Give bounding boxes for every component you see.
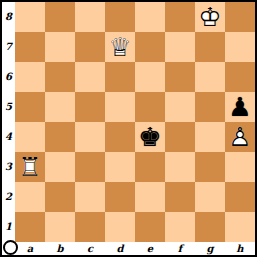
square-f5[interactable] (165, 92, 195, 122)
rank-label-1: 1 (2, 212, 15, 242)
chess-diagram: 87654321 ♚♔♛♕♟♚♟♙♜♖ abcdefgh (0, 0, 257, 257)
rank-label-7: 7 (2, 32, 15, 62)
square-d1[interactable] (105, 212, 135, 242)
square-e3[interactable] (135, 152, 165, 182)
rank-label-6: 6 (2, 62, 15, 92)
square-a6[interactable] (15, 62, 45, 92)
square-h7[interactable] (225, 32, 255, 62)
square-g1[interactable] (195, 212, 225, 242)
square-e5[interactable] (135, 92, 165, 122)
rank-label-4: 4 (2, 122, 15, 152)
square-f3[interactable] (165, 152, 195, 182)
square-b3[interactable] (45, 152, 75, 182)
rank-label-5: 5 (2, 92, 15, 122)
square-e1[interactable] (135, 212, 165, 242)
board: ♚♔♛♕♟♚♟♙♜♖ (15, 2, 255, 242)
white-king-icon: ♚ (195, 2, 225, 32)
file-label-f: f (165, 242, 195, 255)
square-f4[interactable] (165, 122, 195, 152)
square-g6[interactable] (195, 62, 225, 92)
square-g8[interactable]: ♚♔ (195, 2, 225, 32)
white-rook-a3[interactable]: ♜♖ (15, 152, 45, 182)
square-h5[interactable]: ♟ (225, 92, 255, 122)
black-pawn-h5[interactable]: ♟ (225, 92, 255, 122)
square-e2[interactable] (135, 182, 165, 212)
square-d4[interactable] (105, 122, 135, 152)
side-to-move-indicator (3, 240, 18, 255)
square-a8[interactable] (15, 2, 45, 32)
square-c3[interactable] (75, 152, 105, 182)
file-label-g: g (195, 242, 225, 255)
square-f2[interactable] (165, 182, 195, 212)
rank-label-2: 2 (2, 182, 15, 212)
square-e7[interactable] (135, 32, 165, 62)
square-f6[interactable] (165, 62, 195, 92)
square-a7[interactable] (15, 32, 45, 62)
square-e6[interactable] (135, 62, 165, 92)
square-g7[interactable] (195, 32, 225, 62)
square-a4[interactable] (15, 122, 45, 152)
square-f7[interactable] (165, 32, 195, 62)
square-a5[interactable] (15, 92, 45, 122)
square-b2[interactable] (45, 182, 75, 212)
file-label-b: b (45, 242, 75, 255)
square-h4[interactable]: ♟♙ (225, 122, 255, 152)
file-label-a: a (15, 242, 45, 255)
square-d5[interactable] (105, 92, 135, 122)
file-label-d: d (105, 242, 135, 255)
square-h3[interactable] (225, 152, 255, 182)
square-c8[interactable] (75, 2, 105, 32)
square-h2[interactable] (225, 182, 255, 212)
square-d6[interactable] (105, 62, 135, 92)
rank-label-3: 3 (2, 152, 15, 182)
white-queen-icon: ♛ (105, 32, 135, 62)
white-queen-d7[interactable]: ♛♕ (105, 32, 135, 62)
square-b1[interactable] (45, 212, 75, 242)
square-b5[interactable] (45, 92, 75, 122)
white-king-g8[interactable]: ♚♔ (195, 2, 225, 32)
square-g2[interactable] (195, 182, 225, 212)
square-h8[interactable] (225, 2, 255, 32)
white-rook-icon: ♜ (15, 152, 45, 182)
square-b7[interactable] (45, 32, 75, 62)
square-d8[interactable] (105, 2, 135, 32)
square-c7[interactable] (75, 32, 105, 62)
square-c4[interactable] (75, 122, 105, 152)
square-h1[interactable] (225, 212, 255, 242)
square-a2[interactable] (15, 182, 45, 212)
square-b8[interactable] (45, 2, 75, 32)
black-king-e4[interactable]: ♚ (135, 122, 165, 152)
square-e8[interactable] (135, 2, 165, 32)
black-king-icon: ♚ (135, 122, 165, 152)
square-c5[interactable] (75, 92, 105, 122)
square-d3[interactable] (105, 152, 135, 182)
white-king-outline-icon: ♔ (195, 2, 225, 32)
square-e4[interactable]: ♚ (135, 122, 165, 152)
white-pawn-h4[interactable]: ♟♙ (225, 122, 255, 152)
square-f8[interactable] (165, 2, 195, 32)
square-h6[interactable] (225, 62, 255, 92)
square-c6[interactable] (75, 62, 105, 92)
file-label-h: h (225, 242, 255, 255)
white-pawn-outline-icon: ♙ (225, 122, 255, 152)
square-a3[interactable]: ♜♖ (15, 152, 45, 182)
file-label-e: e (135, 242, 165, 255)
square-d2[interactable] (105, 182, 135, 212)
rank-label-8: 8 (2, 2, 15, 32)
rank-labels: 87654321 (2, 2, 15, 242)
square-f1[interactable] (165, 212, 195, 242)
square-g5[interactable] (195, 92, 225, 122)
square-b6[interactable] (45, 62, 75, 92)
white-rook-outline-icon: ♖ (15, 152, 45, 182)
black-pawn-icon: ♟ (225, 92, 255, 122)
white-queen-outline-icon: ♕ (105, 32, 135, 62)
square-a1[interactable] (15, 212, 45, 242)
file-labels: abcdefgh (15, 242, 255, 255)
square-c2[interactable] (75, 182, 105, 212)
square-d7[interactable]: ♛♕ (105, 32, 135, 62)
white-pawn-icon: ♟ (225, 122, 255, 152)
square-g3[interactable] (195, 152, 225, 182)
square-c1[interactable] (75, 212, 105, 242)
square-g4[interactable] (195, 122, 225, 152)
file-label-c: c (75, 242, 105, 255)
square-b4[interactable] (45, 122, 75, 152)
